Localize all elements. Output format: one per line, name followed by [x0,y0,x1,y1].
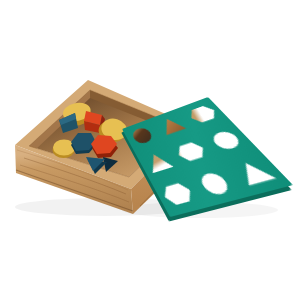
triangle-hole [143,151,174,174]
hexagon-hole [174,140,210,164]
circle-hole [209,129,244,152]
circle-hole [130,126,154,145]
product-photo-scene [0,0,295,295]
triangle-hole [232,158,277,186]
circle-hole [197,171,234,197]
hexagon-hole [186,104,221,125]
triangle-hole [157,115,187,136]
hexagon-hole [160,181,197,208]
